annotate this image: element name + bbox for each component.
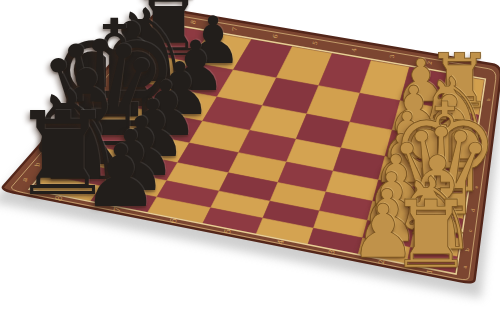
piece-black-pawn-a7[interactable]: ♟	[82, 133, 159, 219]
pieces-layer: ♜♟♞♟♟♝♜♟♚♟♟♞♛♟♟♝♝♟♞♟♟♚♜♟♟♛♟♝♟♞♟♜	[0, 0, 500, 313]
chessboard-photo-scene: 8877665544332211hhggffeeddccbbaa ♜♟♞♟♟♝♜…	[0, 0, 500, 313]
piece-white-rook-a1[interactable]: ♜	[389, 189, 473, 282]
